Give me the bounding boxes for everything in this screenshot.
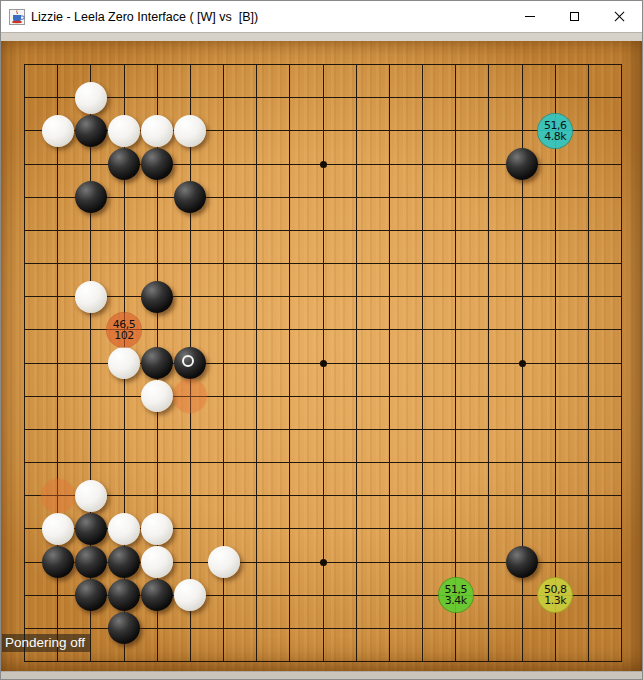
black-stone [141,148,173,180]
white-stone [108,115,140,147]
white-stone [174,579,206,611]
white-stone [75,281,107,313]
star-point [320,360,327,367]
star-point [320,559,327,566]
window-bottom-border [1,671,642,680]
black-stone [75,513,107,545]
black-stone [75,181,107,213]
grid-line [24,429,622,430]
white-stone [75,480,107,512]
candidate-visits: 3.4k [445,595,467,606]
pondering-status-label: Pondering off [2,634,90,652]
white-stone [141,546,173,578]
black-stone [108,546,140,578]
white-stone [141,380,173,412]
white-stone [42,513,74,545]
black-stone [42,546,74,578]
grid-line [389,64,390,662]
grid-line [588,64,589,662]
grid-line [621,64,622,662]
star-point [519,360,526,367]
candidate-move-overlay[interactable]: 51,64.8k [538,114,572,148]
grid-line [24,396,622,397]
black-stone [141,347,173,379]
close-button[interactable] [597,1,642,32]
white-stone [208,546,240,578]
black-stone [108,579,140,611]
maximize-button[interactable] [552,1,597,32]
black-stone [506,148,538,180]
white-stone [108,513,140,545]
grid-line [24,462,622,463]
grid-line [555,64,556,662]
window-title: Lizzie - Leela Zero Interface ( [W] vs [… [31,10,507,24]
minimize-icon [525,16,535,17]
black-stone [75,546,107,578]
grid-line [24,495,622,496]
white-stone [42,115,74,147]
black-stone [174,181,206,213]
black-stone [108,148,140,180]
grid-line [422,64,423,662]
window-frame-strip [1,32,642,41]
minimize-button[interactable] [507,1,552,32]
black-stone [141,281,173,313]
maximize-icon [570,12,579,21]
candidate-move-overlay[interactable]: 51,53.4k [439,578,473,612]
black-stone [75,115,107,147]
candidate-move-overlay[interactable] [41,479,75,513]
candidate-visits: 1.3k [544,595,566,606]
title-bar: Lizzie - Leela Zero Interface ( [W] vs [… [1,1,642,32]
candidate-move-overlay[interactable]: 46,5102 [107,313,141,347]
candidate-move-overlay[interactable]: 50,81.3k [538,578,572,612]
black-stone [506,546,538,578]
white-stone [141,513,173,545]
candidate-visits: 4.8k [544,131,566,142]
white-stone [108,347,140,379]
grid-line [455,64,456,662]
black-stone [108,612,140,644]
go-board[interactable]: 51,64.8k46,510251,53.4k50,81.3k [1,41,642,671]
black-stone [75,579,107,611]
white-stone [141,115,173,147]
grid-line [24,661,622,662]
star-point [320,161,327,168]
white-stone [75,82,107,114]
grid-line [488,64,489,662]
candidate-move-overlay[interactable] [173,379,207,413]
grid-line [356,64,357,662]
java-coffee-cup-icon [9,9,25,25]
black-stone [141,579,173,611]
white-stone [174,115,206,147]
close-icon [614,11,625,22]
lizzie-window: Lizzie - Leela Zero Interface ( [W] vs [… [0,0,643,680]
candidate-visits: 102 [114,330,134,341]
